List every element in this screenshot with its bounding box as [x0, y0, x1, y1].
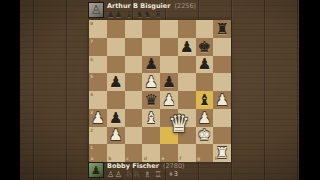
avatar-black-piece-icon: ♙ [89, 3, 103, 18]
square-h4[interactable]: ♟ [213, 91, 231, 109]
square-d5[interactable]: ♟ [142, 73, 160, 91]
black-piece-d6[interactable]: ♟ [142, 56, 160, 74]
white-piece-d5[interactable]: ♟ [142, 73, 160, 91]
square-d3[interactable]: ♝ [142, 109, 160, 127]
square-b4[interactable] [107, 91, 125, 109]
square-c5[interactable] [125, 73, 143, 91]
file-label-c: c [126, 156, 129, 161]
player-nameline-white: Bobby Fischer (2780) [107, 162, 185, 170]
square-g7[interactable]: ♚ [196, 38, 214, 56]
square-c7[interactable] [125, 38, 143, 56]
rank-label-5: 5 [90, 74, 93, 79]
square-d1[interactable]: d [142, 144, 160, 162]
file-label-f: f [179, 156, 181, 161]
white-piece-g3[interactable]: ♟ [196, 109, 214, 127]
square-a6[interactable]: 6 [89, 56, 107, 74]
square-a7[interactable]: 7 [89, 38, 107, 56]
player-rating-white: (2780) [163, 162, 185, 170]
chess-board[interactable]: 8♜7♟♚6♟♟5♟♟♟4♛♟♝♟3♟♟♝♟2♟♚1abcdefgh♜ [89, 20, 231, 162]
black-piece-b3[interactable]: ♟ [107, 109, 125, 127]
player-name-white: Bobby Fischer [107, 162, 159, 170]
square-g1[interactable]: g [196, 144, 214, 162]
white-piece-h4[interactable]: ♟ [213, 91, 231, 109]
square-g4[interactable]: ♝ [196, 91, 214, 109]
file-label-d: d [144, 156, 147, 161]
black-piece-d4[interactable]: ♛ [142, 91, 160, 109]
square-e5[interactable]: ♟ [160, 73, 178, 91]
square-g2[interactable]: ♚ [196, 127, 214, 145]
black-piece-e5[interactable]: ♟ [160, 73, 178, 91]
square-g5[interactable] [196, 73, 214, 91]
rank-label-4: 4 [90, 92, 93, 97]
square-f7[interactable]: ♟ [178, 38, 196, 56]
square-c4[interactable] [125, 91, 143, 109]
square-g8[interactable] [196, 20, 214, 38]
captured-pieces-white: ♙♙ ♘♘ ♗ ♖ [107, 170, 162, 179]
letterbox-left [0, 0, 20, 180]
avatar-black: ♙ [88, 2, 104, 18]
letterbox-right [299, 0, 320, 180]
square-f5[interactable] [178, 73, 196, 91]
square-d6[interactable]: ♟ [142, 56, 160, 74]
white-piece-b2[interactable]: ♟ [107, 127, 125, 145]
square-h3[interactable] [213, 109, 231, 127]
square-e8[interactable] [160, 20, 178, 38]
square-b1[interactable]: b [107, 144, 125, 162]
black-piece-b5[interactable]: ♟ [107, 73, 125, 91]
square-h2[interactable] [213, 127, 231, 145]
white-piece-h1[interactable]: ♜ [213, 144, 231, 162]
square-d4[interactable]: ♛ [142, 91, 160, 109]
square-c2[interactable] [125, 127, 143, 145]
white-piece-a3[interactable]: ♟ [89, 109, 107, 127]
white-piece-e4[interactable]: ♟ [160, 91, 178, 109]
square-h8[interactable]: ♜ [213, 20, 231, 38]
file-label-a: a [91, 156, 94, 161]
square-b3[interactable]: ♟ [107, 109, 125, 127]
black-piece-g4[interactable]: ♝ [196, 91, 214, 109]
square-e7[interactable] [160, 38, 178, 56]
square-c3[interactable] [125, 109, 143, 127]
square-b7[interactable] [107, 38, 125, 56]
square-a2[interactable]: 2 [89, 127, 107, 145]
square-b8[interactable] [107, 20, 125, 38]
square-f4[interactable] [178, 91, 196, 109]
white-piece-d3[interactable]: ♝ [142, 109, 160, 127]
square-e1[interactable]: e [160, 144, 178, 162]
player-name-black: Arthur B Bisguier [107, 2, 170, 10]
square-b5[interactable]: ♟ [107, 73, 125, 91]
square-f1[interactable]: f [178, 144, 196, 162]
player-rating-black: (2256) [175, 2, 197, 10]
square-b2[interactable]: ♟ [107, 127, 125, 145]
square-a3[interactable]: 3♟ [89, 109, 107, 127]
black-piece-g6[interactable]: ♟ [196, 56, 214, 74]
rank-label-1: 1 [90, 145, 93, 150]
square-b6[interactable] [107, 56, 125, 74]
rank-label-8: 8 [90, 21, 93, 26]
square-e6[interactable] [160, 56, 178, 74]
square-h7[interactable] [213, 38, 231, 56]
square-d7[interactable] [142, 38, 160, 56]
square-c6[interactable] [125, 56, 143, 74]
square-f6[interactable] [178, 56, 196, 74]
white-piece-g2[interactable]: ♚ [196, 127, 214, 145]
square-a1[interactable]: 1a [89, 144, 107, 162]
square-h1[interactable]: h♜ [213, 144, 231, 162]
square-a4[interactable]: 4 [89, 91, 107, 109]
material-eval: +3 [168, 170, 178, 179]
rank-label-2: 2 [90, 128, 93, 133]
captured-pieces-black: ♟♟ ♝ ♞♞ ♜ [107, 10, 162, 19]
captured-row-white: ♙♙ ♘♘ ♗ ♖ +3 [107, 170, 178, 179]
square-a8[interactable]: 8 [89, 20, 107, 38]
square-g3[interactable]: ♟ [196, 109, 214, 127]
black-piece-g7[interactable]: ♚ [196, 38, 214, 56]
file-label-g: g [197, 156, 200, 161]
square-h5[interactable] [213, 73, 231, 91]
square-g6[interactable]: ♟ [196, 56, 214, 74]
square-h6[interactable] [213, 56, 231, 74]
player-nameline-black: Arthur B Bisguier (2256) [107, 2, 196, 10]
rank-label-6: 6 [90, 57, 93, 62]
avatar-white: ♟ [88, 162, 104, 178]
avatar-white-portrait-icon: ♟ [89, 163, 103, 178]
square-f8[interactable] [178, 20, 196, 38]
black-piece-h8[interactable]: ♜ [213, 20, 231, 38]
file-label-b: b [108, 156, 111, 161]
square-d2[interactable] [142, 127, 160, 145]
square-c1[interactable]: c [125, 144, 143, 162]
black-piece-f7[interactable]: ♟ [178, 38, 196, 56]
moving-white-queen[interactable]: ♛ [166, 110, 192, 138]
rank-label-7: 7 [90, 39, 93, 44]
file-label-e: e [162, 156, 165, 161]
square-c8[interactable] [125, 20, 143, 38]
square-a5[interactable]: 5 [89, 73, 107, 91]
video-frame: ♙ Arthur B Bisguier (2256) ♟♟ ♝ ♞♞ ♜ 8♜7… [0, 0, 320, 180]
square-e4[interactable]: ♟ [160, 91, 178, 109]
square-d8[interactable] [142, 20, 160, 38]
